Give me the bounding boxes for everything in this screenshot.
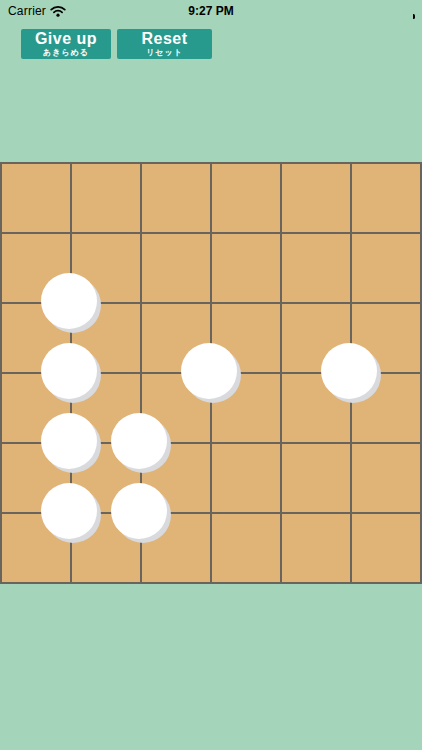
status-bar: Carrier 9:27 PM (0, 0, 422, 22)
white-stone[interactable] (41, 343, 97, 399)
board-cell[interactable] (2, 164, 70, 232)
reset-button[interactable]: Reset リセット (117, 29, 212, 59)
give-up-label: Give up (35, 31, 97, 47)
reset-label: Reset (141, 31, 187, 47)
board-cell[interactable] (282, 164, 350, 232)
app-screen: Carrier 9:27 PM Give up あきらめる Reset リセット (0, 0, 422, 750)
reset-sublabel: リセット (146, 49, 183, 57)
board-cell[interactable] (142, 164, 210, 232)
white-stone[interactable] (41, 483, 97, 539)
board-cell[interactable] (352, 164, 420, 232)
board-cell[interactable] (352, 514, 420, 582)
board-cell[interactable] (212, 444, 280, 512)
white-stone[interactable] (111, 483, 167, 539)
toolbar: Give up あきらめる Reset リセット (21, 29, 212, 59)
board-cell[interactable] (352, 234, 420, 302)
board-cell[interactable] (142, 234, 210, 302)
white-stone[interactable] (181, 343, 237, 399)
board-cell[interactable] (212, 514, 280, 582)
board-cell[interactable] (72, 164, 140, 232)
game-board[interactable] (0, 162, 422, 584)
white-stone[interactable] (41, 273, 97, 329)
white-stone[interactable] (41, 413, 97, 469)
board-cell[interactable] (282, 444, 350, 512)
white-stone[interactable] (321, 343, 377, 399)
board-cell[interactable] (212, 164, 280, 232)
board-cell[interactable] (212, 234, 280, 302)
give-up-sublabel: あきらめる (43, 49, 89, 57)
board-cell[interactable] (282, 514, 350, 582)
white-stone[interactable] (111, 413, 167, 469)
clock: 9:27 PM (0, 4, 422, 18)
board-cell[interactable] (352, 444, 420, 512)
board-cell[interactable] (282, 234, 350, 302)
give-up-button[interactable]: Give up あきらめる (21, 29, 111, 59)
